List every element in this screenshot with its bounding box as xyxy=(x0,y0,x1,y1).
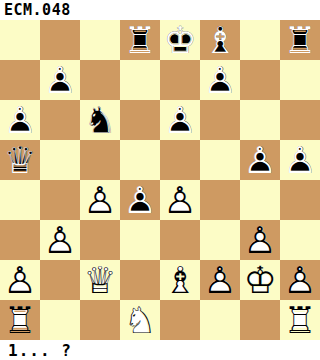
black-knight-fill-icon: ♞ xyxy=(80,100,120,140)
piece-white-queen: ♛♕ xyxy=(80,260,120,300)
white-bishop-outline-icon: ♗ xyxy=(160,260,200,300)
square-g2[interactable]: ♚♔ xyxy=(240,260,280,300)
white-queen-outline-icon: ♕ xyxy=(80,260,120,300)
square-e3[interactable] xyxy=(160,220,200,260)
square-f7[interactable]: ♟♙ xyxy=(200,60,240,100)
square-g8[interactable] xyxy=(240,20,280,60)
black-pawn-fill-icon: ♟ xyxy=(160,100,200,140)
white-pawn-outline-icon: ♙ xyxy=(280,260,320,300)
piece-white-knight: ♞♘ xyxy=(120,300,160,340)
white-pawn-outline-icon: ♙ xyxy=(80,180,120,220)
square-c8[interactable] xyxy=(80,20,120,60)
piece-white-rook: ♜♖ xyxy=(0,300,40,340)
piece-white-pawn: ♟♙ xyxy=(280,260,320,300)
black-pawn-outline-icon: ♙ xyxy=(200,60,240,100)
square-g5[interactable]: ♟♙ xyxy=(240,140,280,180)
piece-white-rook: ♜♖ xyxy=(280,300,320,340)
piece-black-pawn: ♟♙ xyxy=(0,100,40,140)
white-pawn-fill-icon: ♟ xyxy=(0,260,40,300)
white-rook-outline-icon: ♖ xyxy=(280,300,320,340)
black-rook-outline-icon: ♖ xyxy=(280,20,320,60)
square-a4[interactable] xyxy=(0,180,40,220)
square-h8[interactable]: ♜♖ xyxy=(280,20,320,60)
white-knight-fill-icon: ♞ xyxy=(120,300,160,340)
square-e2[interactable]: ♝♗ xyxy=(160,260,200,300)
square-c3[interactable] xyxy=(80,220,120,260)
square-f1[interactable] xyxy=(200,300,240,340)
square-b1[interactable] xyxy=(40,300,80,340)
titlebar: ECM.048 xyxy=(0,0,320,20)
square-e8[interactable]: ♚♔ xyxy=(160,20,200,60)
piece-white-pawn: ♟♙ xyxy=(200,260,240,300)
black-pawn-fill-icon: ♟ xyxy=(280,140,320,180)
black-pawn-outline-icon: ♙ xyxy=(120,180,160,220)
black-pawn-fill-icon: ♟ xyxy=(0,100,40,140)
square-e1[interactable] xyxy=(160,300,200,340)
black-pawn-fill-icon: ♟ xyxy=(120,180,160,220)
black-pawn-outline-icon: ♙ xyxy=(240,140,280,180)
move-prompt: 1... ? xyxy=(8,341,72,360)
square-g7[interactable] xyxy=(240,60,280,100)
square-d4[interactable]: ♟♙ xyxy=(120,180,160,220)
black-queen-outline-icon: ♕ xyxy=(0,140,40,180)
white-pawn-fill-icon: ♟ xyxy=(80,180,120,220)
black-rook-outline-icon: ♖ xyxy=(120,20,160,60)
square-a1[interactable]: ♜♖ xyxy=(0,300,40,340)
square-e6[interactable]: ♟♙ xyxy=(160,100,200,140)
square-a6[interactable]: ♟♙ xyxy=(0,100,40,140)
piece-black-queen: ♛♕ xyxy=(0,140,40,180)
white-rook-outline-icon: ♖ xyxy=(0,300,40,340)
black-pawn-fill-icon: ♟ xyxy=(200,60,240,100)
black-rook-fill-icon: ♜ xyxy=(120,20,160,60)
square-d7[interactable] xyxy=(120,60,160,100)
square-f5[interactable] xyxy=(200,140,240,180)
square-h6[interactable] xyxy=(280,100,320,140)
white-pawn-fill-icon: ♟ xyxy=(40,220,80,260)
piece-black-pawn: ♟♙ xyxy=(160,100,200,140)
piece-white-pawn: ♟♙ xyxy=(40,220,80,260)
square-b7[interactable]: ♟♙ xyxy=(40,60,80,100)
white-queen-fill-icon: ♛ xyxy=(80,260,120,300)
square-h3[interactable] xyxy=(280,220,320,260)
white-pawn-outline-icon: ♙ xyxy=(160,180,200,220)
square-b3[interactable]: ♟♙ xyxy=(40,220,80,260)
black-pawn-outline-icon: ♙ xyxy=(40,60,80,100)
square-b5[interactable] xyxy=(40,140,80,180)
square-g1[interactable] xyxy=(240,300,280,340)
square-h4[interactable] xyxy=(280,180,320,220)
piece-white-bishop: ♝♗ xyxy=(160,260,200,300)
square-f3[interactable] xyxy=(200,220,240,260)
square-c6[interactable]: ♞♘ xyxy=(80,100,120,140)
piece-white-king: ♚♔ xyxy=(240,260,280,300)
square-b6[interactable] xyxy=(40,100,80,140)
white-rook-fill-icon: ♜ xyxy=(0,300,40,340)
piece-black-pawn: ♟♙ xyxy=(120,180,160,220)
piece-black-bishop: ♝♗ xyxy=(200,20,240,60)
square-c1[interactable] xyxy=(80,300,120,340)
chess-app-window: ECM.048 ♜♖♚♔♝♗♜♖♟♙♟♙♟♙♞♘♟♙♛♕♟♙♟♙♟♙♟♙♟♙♟♙… xyxy=(0,0,320,360)
black-queen-fill-icon: ♛ xyxy=(0,140,40,180)
square-e5[interactable] xyxy=(160,140,200,180)
white-rook-fill-icon: ♜ xyxy=(280,300,320,340)
square-h5[interactable]: ♟♙ xyxy=(280,140,320,180)
square-c2[interactable]: ♛♕ xyxy=(80,260,120,300)
black-pawn-fill-icon: ♟ xyxy=(240,140,280,180)
square-g3[interactable]: ♟♙ xyxy=(240,220,280,260)
piece-black-king: ♚♔ xyxy=(160,20,200,60)
black-knight-outline-icon: ♘ xyxy=(80,100,120,140)
square-f6[interactable] xyxy=(200,100,240,140)
square-d1[interactable]: ♞♘ xyxy=(120,300,160,340)
square-d2[interactable] xyxy=(120,260,160,300)
square-f2[interactable]: ♟♙ xyxy=(200,260,240,300)
black-rook-fill-icon: ♜ xyxy=(280,20,320,60)
square-d8[interactable]: ♜♖ xyxy=(120,20,160,60)
square-a8[interactable] xyxy=(0,20,40,60)
white-pawn-fill-icon: ♟ xyxy=(240,220,280,260)
square-h1[interactable]: ♜♖ xyxy=(280,300,320,340)
black-bishop-fill-icon: ♝ xyxy=(200,20,240,60)
square-a5[interactable]: ♛♕ xyxy=(0,140,40,180)
black-pawn-outline-icon: ♙ xyxy=(160,100,200,140)
piece-white-pawn: ♟♙ xyxy=(240,220,280,260)
white-pawn-outline-icon: ♙ xyxy=(200,260,240,300)
black-bishop-outline-icon: ♗ xyxy=(200,20,240,60)
piece-black-pawn: ♟♙ xyxy=(40,60,80,100)
square-a3[interactable] xyxy=(0,220,40,260)
square-h2[interactable]: ♟♙ xyxy=(280,260,320,300)
square-f8[interactable]: ♝♗ xyxy=(200,20,240,60)
square-d5[interactable] xyxy=(120,140,160,180)
square-c7[interactable] xyxy=(80,60,120,100)
square-b2[interactable] xyxy=(40,260,80,300)
piece-black-knight: ♞♘ xyxy=(80,100,120,140)
black-king-outline-icon: ♔ xyxy=(160,20,200,60)
square-d3[interactable] xyxy=(120,220,160,260)
white-pawn-outline-icon: ♙ xyxy=(240,220,280,260)
puzzle-title: ECM.048 xyxy=(4,1,71,19)
white-pawn-outline-icon: ♙ xyxy=(0,260,40,300)
chess-board: ♜♖♚♔♝♗♜♖♟♙♟♙♟♙♞♘♟♙♛♕♟♙♟♙♟♙♟♙♟♙♟♙♟♙♟♙♛♕♝♗… xyxy=(0,20,320,340)
square-a7[interactable] xyxy=(0,60,40,100)
black-pawn-outline-icon: ♙ xyxy=(0,100,40,140)
piece-black-rook: ♜♖ xyxy=(120,20,160,60)
square-b8[interactable] xyxy=(40,20,80,60)
square-g4[interactable] xyxy=(240,180,280,220)
piece-black-rook: ♜♖ xyxy=(280,20,320,60)
black-pawn-outline-icon: ♙ xyxy=(280,140,320,180)
piece-black-pawn: ♟♙ xyxy=(240,140,280,180)
square-b4[interactable] xyxy=(40,180,80,220)
square-c5[interactable] xyxy=(80,140,120,180)
piece-white-pawn: ♟♙ xyxy=(160,180,200,220)
square-d6[interactable] xyxy=(120,100,160,140)
black-pawn-fill-icon: ♟ xyxy=(40,60,80,100)
white-bishop-fill-icon: ♝ xyxy=(160,260,200,300)
piece-white-pawn: ♟♙ xyxy=(80,180,120,220)
square-c4[interactable]: ♟♙ xyxy=(80,180,120,220)
white-pawn-fill-icon: ♟ xyxy=(160,180,200,220)
white-king-outline-icon: ♔ xyxy=(240,260,280,300)
square-f4[interactable] xyxy=(200,180,240,220)
white-pawn-outline-icon: ♙ xyxy=(40,220,80,260)
black-king-fill-icon: ♚ xyxy=(160,20,200,60)
square-e4[interactable]: ♟♙ xyxy=(160,180,200,220)
white-knight-outline-icon: ♘ xyxy=(120,300,160,340)
square-e7[interactable] xyxy=(160,60,200,100)
square-a2[interactable]: ♟♙ xyxy=(0,260,40,300)
piece-white-pawn: ♟♙ xyxy=(0,260,40,300)
piece-black-pawn: ♟♙ xyxy=(200,60,240,100)
white-pawn-fill-icon: ♟ xyxy=(280,260,320,300)
square-h7[interactable] xyxy=(280,60,320,100)
square-g6[interactable] xyxy=(240,100,280,140)
white-pawn-fill-icon: ♟ xyxy=(200,260,240,300)
white-king-fill-icon: ♚ xyxy=(240,260,280,300)
piece-black-pawn: ♟♙ xyxy=(280,140,320,180)
statusbar: 1... ? xyxy=(0,340,320,360)
